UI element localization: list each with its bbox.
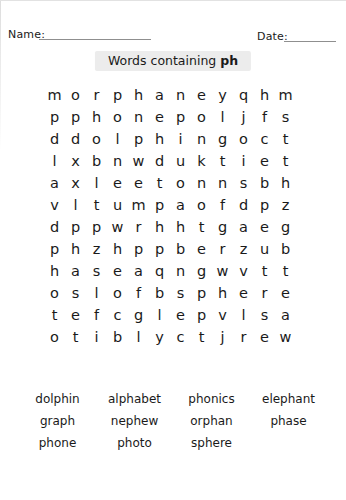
grid-cell[interactable]: p bbox=[44, 238, 65, 260]
grid-cell[interactable]: t bbox=[149, 172, 170, 194]
word-list-item: nephew bbox=[96, 414, 173, 428]
grid-cell[interactable]: g bbox=[275, 216, 296, 238]
grid-cell[interactable]: l bbox=[149, 304, 170, 326]
grid-cell[interactable]: h bbox=[254, 84, 275, 106]
word-search-grid: morphaneyqhmpphonepoljfsddolphingoctlxbn… bbox=[44, 84, 296, 348]
grid-cell[interactable]: p bbox=[149, 238, 170, 260]
grid-cell[interactable]: n bbox=[107, 150, 128, 172]
grid-cell[interactable]: o bbox=[191, 194, 212, 216]
grid-cell[interactable]: a bbox=[65, 260, 86, 282]
grid-cell[interactable]: c bbox=[254, 128, 275, 150]
grid-cell[interactable]: a bbox=[170, 194, 191, 216]
grid-cell[interactable]: d bbox=[65, 128, 86, 150]
grid-cell[interactable]: r bbox=[86, 84, 107, 106]
grid-cell[interactable]: t bbox=[275, 260, 296, 282]
grid-cell[interactable]: p bbox=[191, 282, 212, 304]
grid-cell[interactable]: a bbox=[44, 172, 65, 194]
grid-cell[interactable]: p bbox=[128, 238, 149, 260]
grid-cell[interactable]: e bbox=[65, 304, 86, 326]
grid-cell[interactable]: t bbox=[86, 194, 107, 216]
grid-cell[interactable]: z bbox=[86, 238, 107, 260]
grid-cell[interactable]: t bbox=[275, 128, 296, 150]
grid-cell[interactable]: c bbox=[107, 304, 128, 326]
grid-cell[interactable]: k bbox=[191, 150, 212, 172]
grid-cell[interactable]: t bbox=[212, 150, 233, 172]
grid-cell[interactable]: p bbox=[170, 106, 191, 128]
grid-cell[interactable]: o bbox=[65, 84, 86, 106]
grid-cell[interactable]: h bbox=[212, 282, 233, 304]
grid-cell[interactable]: s bbox=[170, 282, 191, 304]
grid-cell[interactable]: h bbox=[149, 128, 170, 150]
grid-cell[interactable]: m bbox=[128, 194, 149, 216]
grid-cell[interactable]: x bbox=[65, 172, 86, 194]
word-list-item: dolphin bbox=[19, 392, 96, 406]
grid-cell[interactable]: t bbox=[65, 326, 86, 348]
grid-cell[interactable]: e bbox=[191, 84, 212, 106]
title-box: Words containing ph bbox=[95, 51, 251, 71]
grid-cell[interactable]: g bbox=[128, 304, 149, 326]
grid-cell[interactable]: f bbox=[128, 282, 149, 304]
grid-cell[interactable]: q bbox=[149, 260, 170, 282]
grid-cell[interactable]: t bbox=[254, 260, 275, 282]
grid-cell[interactable]: j bbox=[212, 326, 233, 348]
grid-cell[interactable]: p bbox=[86, 216, 107, 238]
grid-cell[interactable]: g bbox=[191, 260, 212, 282]
grid-cell[interactable]: n bbox=[191, 172, 212, 194]
grid-cell[interactable]: q bbox=[233, 84, 254, 106]
grid-cell[interactable]: x bbox=[65, 150, 86, 172]
grid-cell[interactable]: o bbox=[191, 106, 212, 128]
grid-cell[interactable]: e bbox=[233, 282, 254, 304]
grid-cell[interactable]: o bbox=[233, 128, 254, 150]
grid-cell[interactable]: e bbox=[191, 238, 212, 260]
grid-cell[interactable]: u bbox=[107, 194, 128, 216]
grid-cell[interactable]: o bbox=[44, 326, 65, 348]
page-title-prefix: Words containing bbox=[108, 53, 220, 68]
grid-cell[interactable]: i bbox=[86, 326, 107, 348]
word-list-item: phone bbox=[19, 436, 96, 450]
grid-cell[interactable]: p bbox=[191, 304, 212, 326]
grid-cell[interactable]: n bbox=[128, 106, 149, 128]
grid-cell[interactable]: h bbox=[65, 238, 86, 260]
grid-cell[interactable]: u bbox=[170, 150, 191, 172]
grid-cell[interactable]: b bbox=[107, 326, 128, 348]
grid-cell[interactable]: l bbox=[212, 106, 233, 128]
grid-cell[interactable]: o bbox=[107, 106, 128, 128]
grid-cell[interactable]: g bbox=[212, 128, 233, 150]
grid-cell[interactable]: j bbox=[233, 106, 254, 128]
grid-cell[interactable]: l bbox=[128, 326, 149, 348]
grid-cell[interactable]: v bbox=[212, 304, 233, 326]
grid-cell[interactable]: d bbox=[149, 150, 170, 172]
grid-cell[interactable]: z bbox=[275, 194, 296, 216]
grid-cell[interactable]: h bbox=[149, 216, 170, 238]
grid-cell[interactable]: p bbox=[128, 128, 149, 150]
page-edge-shadow bbox=[0, 1, 1, 151]
grid-cell[interactable]: h bbox=[107, 238, 128, 260]
word-list-item: photo bbox=[96, 436, 173, 450]
word-list: dolphinalphabetphonicselephantgraphnephe… bbox=[19, 388, 327, 454]
grid-cell[interactable]: b bbox=[275, 238, 296, 260]
grid-cell[interactable]: s bbox=[233, 172, 254, 194]
grid-cell[interactable]: p bbox=[65, 106, 86, 128]
grid-cell[interactable]: e bbox=[149, 106, 170, 128]
grid-cell[interactable]: w bbox=[212, 260, 233, 282]
grid-cell[interactable]: v bbox=[44, 194, 65, 216]
grid-cell[interactable]: o bbox=[107, 282, 128, 304]
grid-cell[interactable]: w bbox=[107, 216, 128, 238]
grid-cell[interactable]: b bbox=[254, 172, 275, 194]
grid-cell[interactable]: s bbox=[275, 106, 296, 128]
grid-cell[interactable]: r bbox=[128, 216, 149, 238]
grid-cell[interactable]: r bbox=[233, 326, 254, 348]
grid-cell[interactable]: t bbox=[44, 304, 65, 326]
grid-cell[interactable]: m bbox=[275, 84, 296, 106]
grid-cell[interactable]: l bbox=[44, 150, 65, 172]
grid-cell[interactable]: s bbox=[254, 304, 275, 326]
grid-cell[interactable]: n bbox=[191, 128, 212, 150]
grid-cell[interactable]: l bbox=[65, 194, 86, 216]
grid-cell[interactable]: n bbox=[212, 172, 233, 194]
grid-cell[interactable]: h bbox=[86, 106, 107, 128]
grid-cell[interactable]: e bbox=[107, 260, 128, 282]
word-list-item: phonics bbox=[173, 392, 250, 406]
word-list-item: sphere bbox=[173, 436, 250, 450]
grid-cell[interactable]: o bbox=[170, 172, 191, 194]
grid-cell[interactable]: u bbox=[254, 238, 275, 260]
grid-cell[interactable]: e bbox=[275, 282, 296, 304]
grid-cell[interactable]: n bbox=[170, 260, 191, 282]
grid-cell[interactable]: z bbox=[233, 238, 254, 260]
grid-cell[interactable]: r bbox=[212, 238, 233, 260]
grid-cell[interactable]: i bbox=[233, 150, 254, 172]
grid-cell[interactable]: p bbox=[107, 84, 128, 106]
grid-cell[interactable]: d bbox=[44, 128, 65, 150]
grid-cell[interactable]: o bbox=[86, 128, 107, 150]
grid-cell[interactable]: p bbox=[44, 106, 65, 128]
grid-cell[interactable]: o bbox=[44, 282, 65, 304]
grid-cell[interactable]: f bbox=[212, 194, 233, 216]
grid-cell[interactable]: b bbox=[86, 150, 107, 172]
word-list-item: orphan bbox=[173, 414, 250, 428]
grid-cell[interactable]: a bbox=[149, 84, 170, 106]
grid-cell[interactable]: l bbox=[107, 128, 128, 150]
grid-cell[interactable]: t bbox=[191, 216, 212, 238]
grid-cell[interactable]: v bbox=[233, 260, 254, 282]
grid-cell[interactable]: t bbox=[275, 150, 296, 172]
grid-cell[interactable]: b bbox=[149, 282, 170, 304]
grid-cell[interactable]: g bbox=[212, 216, 233, 238]
name-input-line[interactable] bbox=[39, 39, 151, 40]
grid-cell[interactable]: l bbox=[86, 172, 107, 194]
grid-cell[interactable]: c bbox=[170, 326, 191, 348]
grid-cell[interactable]: e bbox=[128, 172, 149, 194]
grid-cell[interactable]: e bbox=[254, 150, 275, 172]
grid-cell[interactable]: h bbox=[44, 260, 65, 282]
grid-cell[interactable]: e bbox=[254, 326, 275, 348]
grid-cell[interactable]: p bbox=[65, 216, 86, 238]
grid-cell[interactable]: e bbox=[254, 216, 275, 238]
grid-cell[interactable]: e bbox=[107, 172, 128, 194]
grid-cell[interactable]: m bbox=[44, 84, 65, 106]
grid-cell[interactable]: a bbox=[233, 216, 254, 238]
grid-cell[interactable]: l bbox=[86, 282, 107, 304]
grid-cell[interactable]: w bbox=[128, 150, 149, 172]
grid-cell[interactable]: t bbox=[191, 326, 212, 348]
grid-cell[interactable]: e bbox=[170, 304, 191, 326]
page-title-bold: ph bbox=[220, 53, 238, 68]
grid-cell[interactable]: i bbox=[170, 128, 191, 150]
word-list-item: graph bbox=[19, 414, 96, 428]
grid-cell[interactable]: s bbox=[86, 260, 107, 282]
grid-cell[interactable]: w bbox=[275, 326, 296, 348]
grid-cell[interactable]: s bbox=[65, 282, 86, 304]
grid-cell[interactable]: f bbox=[254, 106, 275, 128]
word-list-item: alphabet bbox=[96, 392, 173, 406]
date-input-line[interactable] bbox=[284, 41, 336, 42]
grid-cell[interactable]: d bbox=[44, 216, 65, 238]
grid-cell[interactable]: p bbox=[149, 194, 170, 216]
grid-cell[interactable]: y bbox=[149, 326, 170, 348]
grid-cell[interactable]: y bbox=[212, 84, 233, 106]
grid-cell[interactable]: n bbox=[170, 84, 191, 106]
grid-cell[interactable]: b bbox=[170, 238, 191, 260]
grid-cell[interactable]: h bbox=[275, 172, 296, 194]
grid-cell[interactable]: a bbox=[275, 304, 296, 326]
word-list-item: phase bbox=[250, 414, 327, 428]
grid-cell[interactable]: a bbox=[128, 260, 149, 282]
grid-cell[interactable]: f bbox=[86, 304, 107, 326]
grid-cell[interactable]: l bbox=[233, 304, 254, 326]
grid-cell[interactable]: d bbox=[233, 194, 254, 216]
worksheet-page: Name: Date: Words containing ph morphane… bbox=[0, 0, 346, 500]
grid-cell[interactable]: p bbox=[254, 194, 275, 216]
grid-cell[interactable]: h bbox=[170, 216, 191, 238]
grid-cell[interactable]: h bbox=[128, 84, 149, 106]
word-list-item: elephant bbox=[250, 392, 327, 406]
grid-cell[interactable]: r bbox=[254, 282, 275, 304]
